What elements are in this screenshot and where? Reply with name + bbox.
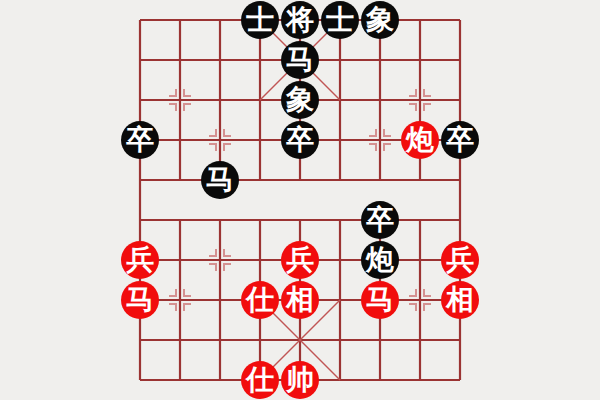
piece-red-elephant[interactable]: 相 xyxy=(281,281,319,319)
piece-black-elephant[interactable]: 象 xyxy=(281,81,319,119)
piece-red-advisor[interactable]: 仕 xyxy=(241,281,279,319)
piece-red-cannon[interactable]: 炮 xyxy=(401,121,439,159)
piece-black-soldier[interactable]: 卒 xyxy=(441,121,479,159)
piece-red-soldier[interactable]: 兵 xyxy=(281,241,319,279)
piece-black-advisor[interactable]: 士 xyxy=(321,1,359,39)
piece-black-elephant[interactable]: 象 xyxy=(361,1,399,39)
piece-red-elephant[interactable]: 相 xyxy=(441,281,479,319)
piece-black-advisor[interactable]: 士 xyxy=(241,1,279,39)
piece-red-soldier[interactable]: 兵 xyxy=(121,241,159,279)
board-intersections: 士将士象马象卒卒炮卒马卒兵兵炮兵马仕相马相仕帅 xyxy=(120,0,480,400)
piece-black-horse[interactable]: 马 xyxy=(281,41,319,79)
piece-red-general[interactable]: 帅 xyxy=(281,361,319,399)
piece-red-soldier[interactable]: 兵 xyxy=(441,241,479,279)
piece-black-soldier[interactable]: 卒 xyxy=(361,201,399,239)
piece-black-soldier[interactable]: 卒 xyxy=(121,121,159,159)
xiangqi-board: 士将士象马象卒卒炮卒马卒兵兵炮兵马仕相马相仕帅 xyxy=(0,0,600,400)
piece-black-cannon[interactable]: 炮 xyxy=(361,241,399,279)
piece-black-horse[interactable]: 马 xyxy=(201,161,239,199)
piece-red-horse[interactable]: 马 xyxy=(361,281,399,319)
piece-red-horse[interactable]: 马 xyxy=(121,281,159,319)
piece-red-advisor[interactable]: 仕 xyxy=(241,361,279,399)
piece-black-general[interactable]: 将 xyxy=(281,1,319,39)
piece-black-soldier[interactable]: 卒 xyxy=(281,121,319,159)
